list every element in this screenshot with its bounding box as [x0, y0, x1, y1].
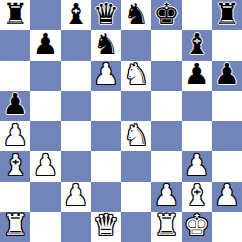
square-e5[interactable]: [121, 91, 151, 121]
black-rook[interactable]: ♜: [2, 0, 28, 29]
black-queen[interactable]: ♛: [93, 0, 119, 29]
square-d8[interactable]: ♛: [91, 0, 121, 30]
square-f6[interactable]: [151, 61, 181, 91]
black-knight[interactable]: ♞: [93, 30, 119, 59]
square-f1[interactable]: ♜: [151, 212, 181, 242]
black-rook[interactable]: ♜: [214, 0, 240, 29]
square-d6[interactable]: ♟: [91, 61, 121, 91]
square-g1[interactable]: ♚: [182, 212, 212, 242]
square-h8[interactable]: ♜: [212, 0, 242, 30]
square-g7[interactable]: ♝: [182, 30, 212, 60]
black-bishop[interactable]: ♝: [63, 0, 89, 29]
square-b7[interactable]: ♟: [30, 30, 60, 60]
square-h5[interactable]: [212, 91, 242, 121]
square-h1[interactable]: [212, 212, 242, 242]
square-d4[interactable]: [91, 121, 121, 151]
square-g2[interactable]: ♝: [182, 182, 212, 212]
white-pawn[interactable]: ♟: [214, 182, 240, 211]
square-h4[interactable]: [212, 121, 242, 151]
square-a1[interactable]: ♜: [0, 212, 30, 242]
square-a8[interactable]: ♜: [0, 0, 30, 30]
square-e7[interactable]: [121, 30, 151, 60]
square-g6[interactable]: ♟: [182, 61, 212, 91]
square-c2[interactable]: ♟: [61, 182, 91, 212]
square-d3[interactable]: [91, 151, 121, 181]
square-e6[interactable]: ♞: [121, 61, 151, 91]
square-a3[interactable]: ♝: [0, 151, 30, 181]
square-g3[interactable]: ♟: [182, 151, 212, 181]
white-pawn[interactable]: ♟: [184, 151, 210, 180]
white-pawn[interactable]: ♟: [32, 151, 58, 180]
white-rook[interactable]: ♜: [153, 212, 179, 241]
white-pawn[interactable]: ♟: [93, 61, 119, 90]
square-e2[interactable]: [121, 182, 151, 212]
black-pawn[interactable]: ♟: [2, 91, 28, 120]
square-h2[interactable]: ♟: [212, 182, 242, 212]
white-pawn[interactable]: ♟: [63, 182, 89, 211]
square-e4[interactable]: ♞: [121, 121, 151, 151]
square-c4[interactable]: [61, 121, 91, 151]
white-pawn[interactable]: ♟: [153, 182, 179, 211]
black-pawn[interactable]: ♟: [214, 61, 240, 90]
square-h3[interactable]: [212, 151, 242, 181]
square-a2[interactable]: [0, 182, 30, 212]
white-queen[interactable]: ♛: [93, 212, 119, 241]
square-g5[interactable]: [182, 91, 212, 121]
square-b8[interactable]: [30, 0, 60, 30]
square-e3[interactable]: [121, 151, 151, 181]
white-pawn[interactable]: ♟: [2, 121, 28, 150]
square-b1[interactable]: [30, 212, 60, 242]
square-d7[interactable]: ♞: [91, 30, 121, 60]
square-a6[interactable]: [0, 61, 30, 91]
square-e8[interactable]: ♞: [121, 0, 151, 30]
square-d1[interactable]: ♛: [91, 212, 121, 242]
square-h6[interactable]: ♟: [212, 61, 242, 91]
square-f8[interactable]: ♚: [151, 0, 181, 30]
white-knight[interactable]: ♞: [123, 61, 149, 90]
square-b4[interactable]: [30, 121, 60, 151]
black-king[interactable]: ♚: [153, 0, 179, 29]
square-b5[interactable]: [30, 91, 60, 121]
square-c5[interactable]: [61, 91, 91, 121]
black-bishop[interactable]: ♝: [184, 30, 210, 59]
white-king[interactable]: ♚: [184, 212, 210, 241]
black-pawn[interactable]: ♟: [184, 61, 210, 90]
black-pawn[interactable]: ♟: [32, 30, 58, 59]
square-a7[interactable]: [0, 30, 30, 60]
black-knight[interactable]: ♞: [123, 0, 149, 29]
square-b6[interactable]: [30, 61, 60, 91]
square-f5[interactable]: [151, 91, 181, 121]
square-g4[interactable]: [182, 121, 212, 151]
square-d5[interactable]: [91, 91, 121, 121]
square-c8[interactable]: ♝: [61, 0, 91, 30]
square-g8[interactable]: [182, 0, 212, 30]
white-bishop[interactable]: ♝: [2, 151, 28, 180]
square-f7[interactable]: [151, 30, 181, 60]
square-b3[interactable]: ♟: [30, 151, 60, 181]
square-b2[interactable]: [30, 182, 60, 212]
square-a4[interactable]: ♟: [0, 121, 30, 151]
square-h7[interactable]: [212, 30, 242, 60]
white-rook[interactable]: ♜: [2, 212, 28, 241]
square-f4[interactable]: [151, 121, 181, 151]
square-f2[interactable]: ♟: [151, 182, 181, 212]
square-d2[interactable]: [91, 182, 121, 212]
square-c7[interactable]: [61, 30, 91, 60]
square-c6[interactable]: [61, 61, 91, 91]
square-f3[interactable]: [151, 151, 181, 181]
square-e1[interactable]: [121, 212, 151, 242]
chess-board: ♜♝♛♞♚♜♟♞♝♟♞♟♟♟♟♞♝♟♟♟♟♝♟♜♛♜♚: [0, 0, 242, 242]
white-knight[interactable]: ♞: [123, 121, 149, 150]
square-c1[interactable]: [61, 212, 91, 242]
square-c3[interactable]: [61, 151, 91, 181]
square-a5[interactable]: ♟: [0, 91, 30, 121]
white-bishop[interactable]: ♝: [184, 182, 210, 211]
